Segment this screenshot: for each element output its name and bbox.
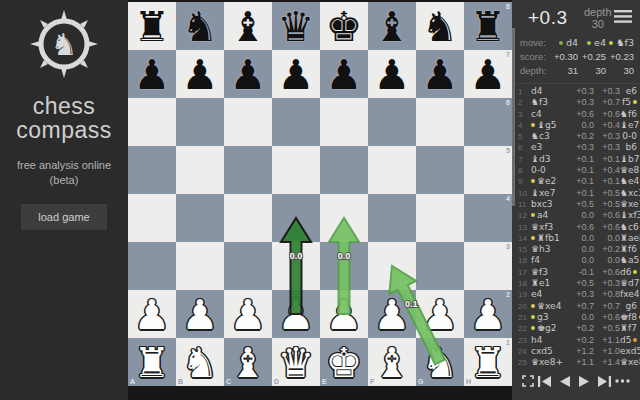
move-row-25: 25♛xe8++1.1+1.4♛xe8 — [518, 357, 637, 368]
move-number: 5 — [518, 131, 531, 142]
square-b3[interactable] — [176, 242, 224, 290]
move-number: 21 — [518, 312, 531, 323]
skip-to-end-button[interactable] — [598, 376, 611, 387]
move-row-21: 21g30.0+0.6♚f8 — [518, 312, 637, 323]
square-h5[interactable]: 5 — [464, 146, 512, 194]
eval-value: +0.6 — [594, 222, 620, 233]
black-move[interactable]: ♝xf3 — [620, 210, 640, 221]
black-pawn[interactable]: ♟ — [464, 50, 512, 98]
square-c7[interactable]: ♟ — [224, 50, 272, 98]
square-h8[interactable]: 8♜ — [464, 2, 512, 50]
square-a8[interactable]: ♜ — [128, 2, 176, 50]
rank-label: 5 — [506, 147, 510, 154]
black-bishop[interactable]: ♝ — [368, 2, 416, 50]
eval-value: +1.0 — [594, 346, 620, 357]
black-move[interactable]: ♝e7 — [620, 120, 640, 131]
square-b4[interactable] — [176, 194, 224, 242]
square-a5[interactable] — [128, 146, 176, 194]
square-e3[interactable] — [320, 242, 368, 290]
move-row-24: 24cxd5+1.2+1.0exd5 — [518, 346, 637, 357]
square-g1[interactable]: G♞ — [416, 338, 464, 386]
eval-value: +0.2 — [568, 323, 594, 334]
annotation-dot — [531, 179, 535, 183]
best-move-score: +0.25 — [578, 50, 606, 64]
annotation-dot — [633, 338, 637, 342]
eval-value: +1.1 — [568, 357, 594, 368]
white-move[interactable]: ♛xe8+ — [531, 357, 568, 368]
eval-value: +0.3 — [568, 86, 594, 97]
annotation-dot — [531, 326, 535, 330]
move-number: 17 — [518, 267, 531, 278]
square-g5[interactable] — [416, 146, 464, 194]
white-pawn[interactable]: ♟ — [416, 290, 464, 338]
best-moves-row-label: score: — [520, 50, 550, 64]
black-pawn[interactable]: ♟ — [128, 50, 176, 98]
eval-value: +0.2 — [568, 335, 594, 346]
move-number: 2 — [518, 97, 531, 108]
move-number: 19 — [518, 289, 531, 300]
move-row-15: 15♛h30.0+0.2♜f6 — [518, 244, 637, 255]
square-d2[interactable]: ♟ — [272, 290, 320, 338]
annotation-dot — [531, 213, 535, 217]
black-move[interactable]: f5 — [620, 97, 637, 108]
move-row-23: 23h4+0.2+1.1d5 — [518, 335, 637, 346]
annotation-dot — [633, 100, 637, 104]
white-move[interactable]: e3 — [531, 142, 568, 153]
move-row-8: 80-0+0.1+0.4♛e8 — [518, 165, 637, 176]
best-moves-row-label: move: — [520, 36, 550, 50]
white-move[interactable]: ♝d3 — [531, 154, 568, 165]
black-knight[interactable]: ♞ — [416, 2, 464, 50]
white-queen[interactable]: ♛ — [272, 338, 320, 386]
square-g7[interactable]: ♟ — [416, 50, 464, 98]
square-a3[interactable] — [128, 242, 176, 290]
square-a2[interactable]: ♟ — [128, 290, 176, 338]
square-d4[interactable] — [272, 194, 320, 242]
white-move[interactable]: h4 — [531, 335, 568, 346]
move-row-4: 4♝g50.0+0.4♝e7 — [518, 120, 637, 131]
black-move[interactable]: ♜f6 — [620, 244, 637, 255]
white-move[interactable]: ♛h3 — [531, 244, 568, 255]
move-number: 13 — [518, 222, 531, 233]
black-king[interactable]: ♚ — [320, 2, 368, 50]
square-f8[interactable]: ♝ — [368, 2, 416, 50]
best-move-f3[interactable]: ♞f3 — [606, 36, 634, 50]
menu-icon[interactable] — [614, 10, 632, 26]
move-row-1: 1d4+0.3+0.3e6 — [518, 86, 637, 97]
annotation-dot — [531, 236, 535, 240]
black-move[interactable]: ♝b7 — [620, 154, 640, 165]
eval-value: +0.1 — [568, 176, 594, 187]
black-move[interactable]: ♞xc3 — [620, 188, 640, 199]
board-area: ♜♞♝♛♚♝♞8♜♟♟♟♟♟♟♟7♟6543♟♟♟♟♟♟♟2♟A♜B♞C♝D♛E… — [128, 0, 512, 400]
eval-value: +0.1 — [568, 154, 594, 165]
black-move[interactable]: e6 — [620, 86, 637, 97]
black-bishop[interactable]: ♝ — [224, 2, 272, 50]
white-move[interactable]: ♚g2 — [531, 323, 568, 334]
eval-value: +0.6 — [594, 267, 620, 278]
square-f6[interactable] — [368, 98, 416, 146]
square-d3[interactable] — [272, 242, 320, 290]
black-move[interactable]: ♛e8 — [620, 165, 640, 176]
eval-value: +0.1 — [568, 165, 594, 176]
square-c1[interactable]: C♝ — [224, 338, 272, 386]
move-row-10: 10♝xe7+0.1+0.5♞xc3 — [518, 188, 637, 199]
eval-value: +1.4 — [594, 357, 620, 368]
svg-text:♞: ♞ — [51, 27, 78, 62]
square-c6[interactable] — [224, 98, 272, 146]
black-move[interactable]: ♛xe8 — [620, 357, 640, 368]
square-b1[interactable]: B♞ — [176, 338, 224, 386]
move-number: 3 — [518, 109, 531, 120]
eval-value: +0.3 — [594, 131, 620, 142]
eval-value: +0.6 — [568, 222, 594, 233]
eval-value: 0.0 — [568, 120, 594, 131]
move-number: 10 — [518, 188, 531, 199]
white-move[interactable]: ♛xf3 — [531, 222, 568, 233]
square-f7[interactable]: ♟ — [368, 50, 416, 98]
move-quality-dot — [559, 41, 563, 45]
analysis-panel: +0.3 depth 30 move:d4e4♞f3score:+0.30+0.… — [512, 0, 640, 400]
move-row-7: 7♝d3+0.1+0.1♝b7 — [518, 154, 637, 165]
move-row-13: 13♛xf3+0.6+0.6♞c6 — [518, 222, 637, 233]
square-h3[interactable]: 3 — [464, 242, 512, 290]
move-number: 1 — [518, 86, 531, 97]
black-move[interactable]: ♞f6 — [620, 109, 637, 120]
move-number: 6 — [518, 142, 531, 153]
square-a6[interactable] — [128, 98, 176, 146]
move-row-18: 18♜e1+0.5+0.3♛d7 — [518, 278, 637, 289]
analysis-header: +0.3 depth 30 — [512, 0, 640, 30]
square-h2[interactable]: 2♟ — [464, 290, 512, 338]
eval-value: +0.8 — [594, 289, 620, 300]
white-move[interactable]: ♜fb1 — [531, 233, 568, 244]
square-d6[interactable] — [272, 98, 320, 146]
black-move[interactable]: b6 — [620, 142, 637, 153]
best-moves-row-label: depth: — [520, 64, 550, 78]
square-f3[interactable] — [368, 242, 416, 290]
white-pawn[interactable]: ♟ — [464, 290, 512, 338]
white-pawn[interactable]: ♟ — [272, 290, 320, 338]
white-pawn[interactable]: ♟ — [224, 290, 272, 338]
rank-label: 3 — [506, 243, 510, 250]
move-row-20: 20♛xe4+0.7+0.7g6 — [518, 301, 637, 312]
move-number: 16 — [518, 255, 531, 266]
annotation-dot — [633, 270, 637, 274]
black-move[interactable]: d6 — [620, 267, 637, 278]
annotation-dot — [531, 123, 535, 127]
white-pawn[interactable]: ♟ — [128, 290, 176, 338]
black-pawn[interactable]: ♟ — [272, 50, 320, 98]
best-move-depth: 31 — [550, 64, 578, 78]
eval-value: +0.2 — [568, 131, 594, 142]
move-number: 12 — [518, 210, 531, 221]
white-bishop[interactable]: ♝ — [368, 338, 416, 386]
move-number: 11 — [518, 199, 531, 210]
square-e8[interactable]: ♚ — [320, 2, 368, 50]
move-number: 8 — [518, 165, 531, 176]
move-row-19: 19e4+0.3+0.8fxe4 — [518, 289, 637, 300]
white-move[interactable]: e4 — [531, 289, 568, 300]
eval-value: +0.6 — [594, 210, 620, 221]
fullscreen-button[interactable] — [522, 375, 534, 387]
square-g2[interactable]: ♟ — [416, 290, 464, 338]
square-b5[interactable] — [176, 146, 224, 194]
eval-value: 0.0 — [568, 312, 594, 323]
black-pawn[interactable]: ♟ — [416, 50, 464, 98]
square-g4[interactable] — [416, 194, 464, 242]
eval-value: -0.1 — [568, 267, 594, 278]
black-move[interactable]: ♞a5 — [620, 255, 639, 266]
eval-value: +0.7 — [594, 97, 620, 108]
move-number: 15 — [518, 244, 531, 255]
more-options-icon[interactable] — [615, 379, 630, 383]
square-g3[interactable] — [416, 242, 464, 290]
move-list: 1d4+0.3+0.3e62♞f3+0.3+0.7f53c4+0.6+0.6♞f… — [512, 84, 640, 368]
eval-value: 0.0 — [568, 233, 594, 244]
move-row-16: 16f40.00.0♞a5 — [518, 255, 637, 266]
black-move[interactable]: g6 — [620, 301, 637, 312]
playback-controls — [512, 368, 640, 400]
move-number: 18 — [518, 278, 531, 289]
step-forward-button[interactable] — [579, 376, 589, 387]
eval-value: +0.1 — [594, 176, 620, 187]
white-bishop[interactable]: ♝ — [224, 338, 272, 386]
move-row-17: 17♛f3-0.1+0.6d6 — [518, 267, 637, 278]
step-back-button[interactable] — [560, 376, 570, 387]
best-move-depth: 30 — [578, 64, 606, 78]
square-b8[interactable]: ♞ — [176, 2, 224, 50]
square-e6[interactable] — [320, 98, 368, 146]
square-b7[interactable]: ♟ — [176, 50, 224, 98]
square-a4[interactable] — [128, 194, 176, 242]
eval-value: +0.4 — [594, 165, 620, 176]
load-game-button[interactable]: load game — [21, 204, 106, 230]
eval-value: +0.5 — [568, 278, 594, 289]
eval-value: +0.5 — [594, 323, 620, 334]
square-e2[interactable]: ♟ — [320, 290, 368, 338]
square-c4[interactable] — [224, 194, 272, 242]
square-f2[interactable]: ♟ — [368, 290, 416, 338]
square-f5[interactable] — [368, 146, 416, 194]
app-tagline: free analysis online(beta) — [17, 158, 111, 188]
black-move[interactable]: ♛xe7 — [620, 199, 640, 210]
move-row-22: 22♚g2+0.2+0.5♜f7 — [518, 323, 637, 334]
eval-value: +0.6 — [568, 109, 594, 120]
square-e5[interactable] — [320, 146, 368, 194]
square-e7[interactable]: ♟ — [320, 50, 368, 98]
annotation-dot — [531, 304, 535, 308]
move-number: 14 — [518, 233, 531, 244]
black-move[interactable]: exd5 — [620, 346, 640, 357]
app-title: chesscompass — [16, 94, 112, 142]
white-rook[interactable]: ♜ — [128, 338, 176, 386]
eval-value: 0.0 — [594, 255, 620, 266]
white-move[interactable]: cxd5 — [531, 346, 568, 357]
black-pawn[interactable]: ♟ — [320, 50, 368, 98]
square-c3[interactable] — [224, 242, 272, 290]
white-move[interactable]: ♜e1 — [531, 278, 568, 289]
eval-value: +0.5 — [594, 199, 620, 210]
move-row-9: 9♛e2+0.1+0.1♞e4 — [518, 176, 637, 187]
skip-to-start-button[interactable] — [538, 376, 551, 387]
knight-compass-logo-icon: ♞ — [28, 8, 100, 80]
move-number: 25 — [518, 357, 531, 368]
eval-value: 0.0 — [594, 233, 620, 244]
best-move-d4[interactable]: d4 — [550, 36, 578, 50]
white-knight[interactable]: ♞ — [176, 338, 224, 386]
square-c8[interactable]: ♝ — [224, 2, 272, 50]
white-move[interactable]: a4 — [531, 210, 568, 221]
panel-scrollbar[interactable] — [512, 28, 515, 206]
square-f1[interactable]: F♝ — [368, 338, 416, 386]
square-d8[interactable]: ♛ — [272, 2, 320, 50]
black-move[interactable]: fxe4 — [620, 289, 640, 300]
sidebar: ♞ chesscompass free analysis online(beta… — [0, 0, 128, 400]
black-move[interactable]: ♚f8 — [620, 312, 640, 323]
black-move[interactable]: d5 — [620, 335, 637, 346]
square-d7[interactable]: ♟ — [272, 50, 320, 98]
move-number: 9 — [518, 176, 531, 187]
move-number: 22 — [518, 323, 531, 334]
white-move[interactable]: ♞f3 — [531, 97, 568, 108]
eval-value: +0.1 — [568, 188, 594, 199]
depth-label: depth 30 — [582, 6, 614, 30]
annotation-dot — [531, 315, 535, 319]
move-number: 7 — [518, 154, 531, 165]
eval-score: +0.3 — [528, 7, 568, 29]
white-pawn[interactable]: ♟ — [320, 290, 368, 338]
black-move[interactable]: ♞c6 — [620, 222, 639, 233]
move-number: 4 — [518, 120, 531, 131]
eval-value: +0.7 — [568, 301, 594, 312]
square-d5[interactable] — [272, 146, 320, 194]
eval-value: +0.7 — [594, 301, 620, 312]
eval-value: +0.3 — [568, 142, 594, 153]
eval-value: +1.1 — [594, 335, 620, 346]
white-move[interactable]: g3 — [531, 312, 568, 323]
white-pawn[interactable]: ♟ — [368, 290, 416, 338]
move-row-6: 6e3+0.3+0.3b6 — [518, 142, 637, 153]
white-move[interactable]: ♞c3 — [531, 131, 568, 142]
black-knight[interactable]: ♞ — [176, 2, 224, 50]
best-move-score: +0.23 — [606, 50, 634, 64]
move-row-2: 2♞f3+0.3+0.7f5 — [518, 97, 637, 108]
square-h6[interactable]: 6 — [464, 98, 512, 146]
white-move[interactable]: f4 — [531, 255, 568, 266]
square-d1[interactable]: D♛ — [272, 338, 320, 386]
white-move[interactable]: ♝xe7 — [531, 188, 568, 199]
black-queen[interactable]: ♛ — [272, 2, 320, 50]
square-g8[interactable]: ♞ — [416, 2, 464, 50]
white-move[interactable]: ♛f3 — [531, 267, 568, 278]
move-quality-dot — [609, 41, 613, 45]
eval-value: +0.5 — [594, 188, 620, 199]
square-a7[interactable]: ♟ — [128, 50, 176, 98]
black-move[interactable]: ♛d7 — [620, 278, 640, 289]
eval-value: +0.6 — [594, 312, 620, 323]
black-move[interactable]: ♜f7 — [620, 323, 637, 334]
square-e1[interactable]: E♚ — [320, 338, 368, 386]
rank-label: 6 — [506, 99, 510, 106]
square-c5[interactable] — [224, 146, 272, 194]
black-pawn[interactable]: ♟ — [368, 50, 416, 98]
black-rook[interactable]: ♜ — [464, 2, 512, 50]
square-h4[interactable]: 4 — [464, 194, 512, 242]
eval-value: +0.5 — [568, 199, 594, 210]
rank-label: 4 — [506, 195, 510, 202]
black-pawn[interactable]: ♟ — [176, 50, 224, 98]
move-number: 20 — [518, 301, 531, 312]
best-move-e4[interactable]: e4 — [578, 36, 606, 50]
white-rook[interactable]: ♜ — [464, 338, 512, 386]
square-h1[interactable]: H1♜ — [464, 338, 512, 386]
move-row-3: 3c4+0.6+0.6♞f6 — [518, 109, 637, 120]
white-king[interactable]: ♚ — [320, 338, 368, 386]
move-row-14: 14♜fb10.00.0♜ae8 — [518, 233, 637, 244]
eval-value: +0.3 — [594, 86, 620, 97]
eval-value: +0.3 — [594, 278, 620, 289]
white-move[interactable]: bxc3 — [531, 199, 568, 210]
move-row-5: 5♞c3+0.2+0.30-0 — [518, 131, 637, 142]
eval-value: +0.3 — [568, 97, 594, 108]
square-a1[interactable]: A♜ — [128, 338, 176, 386]
square-g6[interactable] — [416, 98, 464, 146]
move-number: 23 — [518, 335, 531, 346]
eval-value: +0.1 — [594, 154, 620, 165]
black-pawn[interactable]: ♟ — [224, 50, 272, 98]
white-pawn[interactable]: ♟ — [176, 290, 224, 338]
white-move[interactable]: ♝g5 — [531, 120, 568, 131]
eval-value: +0.6 — [594, 109, 620, 120]
square-f4[interactable] — [368, 194, 416, 242]
white-move[interactable]: 0-0 — [531, 165, 568, 176]
white-move[interactable]: ♛xe4 — [531, 301, 568, 312]
eval-value: +0.2 — [594, 244, 620, 255]
white-move[interactable]: ♛e2 — [531, 176, 568, 187]
square-b2[interactable]: ♟ — [176, 290, 224, 338]
best-moves-table: move:d4e4♞f3score:+0.30+0.25+0.23depth:3… — [512, 30, 640, 84]
move-number: 24 — [518, 346, 531, 357]
square-b6[interactable] — [176, 98, 224, 146]
square-h7[interactable]: 7♟ — [464, 50, 512, 98]
black-rook[interactable]: ♜ — [128, 2, 176, 50]
move-row-12: 12a40.0+0.6♝xf3 — [518, 210, 637, 221]
eval-value: +1.2 — [568, 346, 594, 357]
move-quality-dot — [587, 41, 591, 45]
black-move[interactable]: 0-0 — [620, 131, 637, 142]
chess-board[interactable]: ♜♞♝♛♚♝♞8♜♟♟♟♟♟♟♟7♟6543♟♟♟♟♟♟♟2♟A♜B♞C♝D♛E… — [128, 2, 512, 386]
eval-value: +0.3 — [594, 142, 620, 153]
square-e4[interactable] — [320, 194, 368, 242]
best-move-score: +0.30 — [550, 50, 578, 64]
black-move[interactable]: ♞e4 — [620, 176, 639, 187]
black-move[interactable]: ♜ae8 — [620, 233, 640, 244]
eval-value: 0.0 — [568, 210, 594, 221]
white-move[interactable]: d4 — [531, 86, 568, 97]
white-knight[interactable]: ♞ — [416, 338, 464, 386]
white-move[interactable]: c4 — [531, 109, 568, 120]
best-move-depth: 30 — [606, 64, 634, 78]
eval-value: +0.4 — [594, 120, 620, 131]
eval-value: +0.3 — [568, 289, 594, 300]
move-row-11: 11bxc3+0.5+0.5♛xe7 — [518, 199, 637, 210]
square-c2[interactable]: ♟ — [224, 290, 272, 338]
eval-value: 0.0 — [568, 244, 594, 255]
app: ♞ chesscompass free analysis online(beta… — [0, 0, 640, 400]
eval-value: 0.0 — [568, 255, 594, 266]
